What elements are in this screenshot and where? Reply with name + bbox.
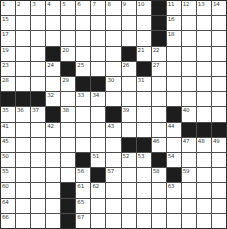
cell-r9c8[interactable]: 43	[106, 123, 120, 137]
cell-r14c2[interactable]	[16, 199, 30, 213]
cell-r3c12[interactable]: 18	[167, 31, 181, 45]
clue-number: 25	[77, 62, 84, 68]
cell-r5c13[interactable]	[182, 62, 196, 76]
clue-number: 44	[168, 123, 175, 129]
cell-r7c6[interactable]: 33	[76, 92, 90, 106]
cell-r12c5[interactable]	[61, 168, 75, 182]
cell-r1c12[interactable]: 11	[167, 1, 181, 15]
cell-r8c3[interactable]: 37	[31, 107, 45, 121]
clue-number: 37	[32, 107, 39, 113]
cell-r7c12[interactable]	[167, 92, 181, 106]
clue-number: 45	[2, 138, 9, 144]
cell-r4c10[interactable]: 21	[137, 47, 151, 61]
clue-number: 5	[62, 1, 65, 7]
clue-number: 58	[153, 168, 160, 174]
cell-r15c6[interactable]: 67	[76, 214, 90, 228]
cell-r12c8[interactable]: 57	[106, 168, 120, 182]
clue-number: 11	[168, 1, 175, 7]
block-r1c11	[152, 1, 166, 15]
cell-r13c3[interactable]	[31, 183, 45, 197]
cell-r13c8[interactable]	[106, 183, 120, 197]
clue-number: 2	[17, 1, 20, 7]
cell-r8c2[interactable]: 36	[16, 107, 30, 121]
cell-r10c11[interactable]: 46	[152, 138, 166, 152]
clue-number: 51	[92, 153, 99, 159]
cell-r15c2[interactable]	[16, 214, 30, 228]
cell-r4c11[interactable]: 22	[152, 47, 166, 61]
clue-number: 54	[168, 153, 175, 159]
block-r10c9	[122, 138, 136, 152]
cell-r8c14[interactable]	[197, 107, 211, 121]
clue-number: 3	[32, 1, 35, 7]
clue-number: 52	[123, 153, 130, 159]
cell-r14c9[interactable]	[122, 199, 136, 213]
crossword-grid: 1234567891011121314151617181920212223242…	[0, 0, 227, 229]
clue-number: 61	[77, 183, 84, 189]
cell-r9c2[interactable]	[16, 123, 30, 137]
cell-r13c7[interactable]: 62	[91, 183, 105, 197]
block-r6c7	[91, 77, 105, 91]
cell-r13c15[interactable]	[212, 183, 226, 197]
cell-r12c11[interactable]: 58	[152, 168, 166, 182]
cell-r2c7[interactable]	[91, 16, 105, 30]
cell-r15c12[interactable]	[167, 214, 181, 228]
cell-r12c4[interactable]	[46, 168, 60, 182]
clue-number: 48	[198, 138, 205, 144]
cell-r1c7[interactable]: 7	[91, 1, 105, 15]
cell-r11c2[interactable]	[16, 153, 30, 167]
cell-r12c13[interactable]: 59	[182, 168, 196, 182]
cell-r7c9[interactable]	[122, 92, 136, 106]
cell-r3c15[interactable]	[212, 31, 226, 45]
cell-r13c2[interactable]	[16, 183, 30, 197]
cell-r14c11[interactable]	[152, 199, 166, 213]
cell-r5c11[interactable]: 27	[152, 62, 166, 76]
cell-r2c15[interactable]	[212, 16, 226, 30]
cell-r5c2[interactable]	[16, 62, 30, 76]
cell-r11c4[interactable]	[46, 153, 60, 167]
clue-number: 4	[47, 1, 50, 7]
cell-r5c4[interactable]: 24	[46, 62, 60, 76]
block-r10c10	[137, 138, 151, 152]
cell-r13c14[interactable]	[197, 183, 211, 197]
cell-r6c12[interactable]	[167, 77, 181, 91]
cell-r10c14[interactable]: 48	[197, 138, 211, 152]
clue-number: 57	[107, 168, 114, 174]
cell-r12c2[interactable]	[16, 168, 30, 182]
clue-number: 64	[2, 199, 9, 205]
clue-number: 19	[2, 47, 9, 53]
cell-r13c9[interactable]	[122, 183, 136, 197]
cell-r7c4[interactable]: 32	[46, 92, 60, 106]
clue-number: 46	[153, 138, 160, 144]
cell-r6c9[interactable]	[122, 77, 136, 91]
block-r12c7	[91, 168, 105, 182]
cell-r3c9[interactable]	[122, 31, 136, 45]
cell-r10c8[interactable]	[106, 138, 120, 152]
cell-r1c9[interactable]: 9	[122, 1, 136, 15]
block-r2c11	[152, 16, 166, 30]
clue-number: 55	[2, 168, 9, 174]
cell-r12c3[interactable]	[31, 168, 45, 182]
cell-r10c7[interactable]	[91, 138, 105, 152]
cell-r6c10[interactable]: 31	[137, 77, 151, 91]
cell-r3c1[interactable]: 17	[1, 31, 15, 45]
clue-number: 26	[123, 62, 130, 68]
cell-r13c4[interactable]	[46, 183, 60, 197]
cell-r5c6[interactable]: 25	[76, 62, 90, 76]
cell-r7c13[interactable]	[182, 92, 196, 106]
clue-number: 13	[198, 1, 205, 7]
clue-number: 7	[92, 1, 95, 7]
cell-r11c3[interactable]	[31, 153, 45, 167]
block-r4c9	[122, 47, 136, 61]
cell-r7c15[interactable]	[212, 92, 226, 106]
clue-number: 59	[183, 168, 190, 174]
cell-r12c6[interactable]: 56	[76, 168, 90, 182]
cell-r6c14[interactable]	[197, 77, 211, 91]
cell-r9c5[interactable]	[61, 123, 75, 137]
cell-r13c6[interactable]: 61	[76, 183, 90, 197]
clue-number: 9	[123, 1, 126, 7]
cell-r6c2[interactable]	[16, 77, 30, 91]
clue-number: 6	[77, 1, 80, 7]
cell-r2c3[interactable]	[31, 16, 45, 30]
cell-r11c13[interactable]	[182, 153, 196, 167]
cell-r3c6[interactable]	[76, 31, 90, 45]
cell-r3c8[interactable]	[106, 31, 120, 45]
clue-number: 15	[2, 16, 9, 22]
cell-r11c8[interactable]	[106, 153, 120, 167]
cell-r9c1[interactable]: 41	[1, 123, 15, 137]
block-r9c13	[182, 123, 196, 137]
cell-r10c13[interactable]: 47	[182, 138, 196, 152]
block-r9c15	[212, 123, 226, 137]
block-r5c10	[137, 62, 151, 76]
clue-number: 33	[77, 92, 84, 98]
cell-r2c8[interactable]	[106, 16, 120, 30]
cell-r1c8[interactable]: 8	[106, 1, 120, 15]
cell-r6c1[interactable]: 28	[1, 77, 15, 91]
cell-r9c11[interactable]	[152, 123, 166, 137]
clue-number: 62	[92, 183, 99, 189]
cell-r5c12[interactable]	[167, 62, 181, 76]
clue-number: 14	[213, 1, 220, 7]
cell-r9c12[interactable]: 44	[167, 123, 181, 137]
cell-r9c6[interactable]	[76, 123, 90, 137]
block-r7c2	[16, 92, 30, 106]
cell-r15c1[interactable]: 66	[1, 214, 15, 228]
cell-r8c6[interactable]	[76, 107, 90, 121]
cell-r6c15[interactable]	[212, 77, 226, 91]
cell-r6c11[interactable]	[152, 77, 166, 91]
cell-r8c10[interactable]	[137, 107, 151, 121]
cell-r6c3[interactable]	[31, 77, 45, 91]
cell-r2c12[interactable]: 16	[167, 16, 181, 30]
cell-r15c4[interactable]	[46, 214, 60, 228]
cell-r1c6[interactable]: 6	[76, 1, 90, 15]
clue-number: 18	[168, 31, 175, 37]
cell-r4c1[interactable]: 19	[1, 47, 15, 61]
block-r3c11	[152, 31, 166, 45]
clue-number: 8	[107, 1, 110, 7]
cell-r2c6[interactable]	[76, 16, 90, 30]
crossword-puzzle: 1234567891011121314151617181920212223242…	[0, 0, 227, 229]
cell-r4c3[interactable]	[31, 47, 45, 61]
cell-r12c14[interactable]	[197, 168, 211, 182]
cell-r2c5[interactable]	[61, 16, 75, 30]
cell-r15c13[interactable]	[182, 214, 196, 228]
cell-r8c1[interactable]: 35	[1, 107, 15, 121]
cell-r3c7[interactable]	[91, 31, 105, 45]
cell-r8c13[interactable]: 40	[182, 107, 196, 121]
cell-r3c3[interactable]	[31, 31, 45, 45]
cell-r6c5[interactable]: 29	[61, 77, 75, 91]
cell-r4c7[interactable]	[91, 47, 105, 61]
cell-r14c12[interactable]	[167, 199, 181, 213]
clue-number: 21	[138, 47, 145, 53]
block-r11c11	[152, 153, 166, 167]
cell-r14c4[interactable]	[46, 199, 60, 213]
cell-r6c13[interactable]	[182, 77, 196, 91]
block-r4c4	[46, 47, 60, 61]
cell-r13c10[interactable]	[137, 183, 151, 197]
cell-r5c1[interactable]: 23	[1, 62, 15, 76]
cell-r1c1[interactable]: 1	[1, 1, 15, 15]
cell-r5c15[interactable]	[212, 62, 226, 76]
clue-number: 20	[62, 47, 69, 53]
cell-r4c6[interactable]	[76, 47, 90, 61]
cell-r12c10[interactable]	[137, 168, 151, 182]
block-r7c1	[1, 92, 15, 106]
cell-r9c3[interactable]	[31, 123, 45, 137]
clue-number: 38	[62, 107, 69, 113]
cell-r7c5[interactable]	[61, 92, 75, 106]
clue-number: 27	[153, 62, 160, 68]
cell-r5c9[interactable]: 26	[122, 62, 136, 76]
clue-number: 60	[2, 183, 9, 189]
block-r12c12	[167, 168, 181, 182]
cell-r2c10[interactable]	[137, 16, 151, 30]
cell-r15c11[interactable]	[152, 214, 166, 228]
clue-number: 12	[183, 1, 190, 7]
cell-r11c12[interactable]: 54	[167, 153, 181, 167]
cell-r5c3[interactable]	[31, 62, 45, 76]
cell-r5c7[interactable]	[91, 62, 105, 76]
cell-r2c14[interactable]	[197, 16, 211, 30]
cell-r9c9[interactable]	[122, 123, 136, 137]
clue-number: 65	[77, 199, 84, 205]
clue-number: 49	[213, 138, 220, 144]
clue-number: 39	[123, 107, 130, 113]
clue-number: 41	[2, 123, 9, 129]
block-r8c12	[167, 107, 181, 121]
cell-r9c10[interactable]	[137, 123, 151, 137]
cell-r8c5[interactable]: 38	[61, 107, 75, 121]
clue-number: 29	[62, 77, 69, 83]
cell-r6c4[interactable]	[46, 77, 60, 91]
clue-number: 10	[138, 1, 145, 7]
cell-r15c7[interactable]	[91, 214, 105, 228]
cell-r12c15[interactable]	[212, 168, 226, 182]
clue-number: 36	[17, 107, 24, 113]
cell-r3c5[interactable]	[61, 31, 75, 45]
block-r13c5	[61, 183, 75, 197]
clue-number: 67	[77, 214, 84, 220]
cell-r6c8[interactable]: 30	[106, 77, 120, 91]
cell-r11c9[interactable]: 52	[122, 153, 136, 167]
cell-r12c1[interactable]: 55	[1, 168, 15, 182]
cell-r10c2[interactable]	[16, 138, 30, 152]
block-r14c5	[61, 199, 75, 213]
cell-r12c9[interactable]	[122, 168, 136, 182]
cell-r10c6[interactable]	[76, 138, 90, 152]
cell-r3c10[interactable]	[137, 31, 151, 45]
cell-r1c5[interactable]: 5	[61, 1, 75, 15]
cell-r11c10[interactable]: 53	[137, 153, 151, 167]
cell-r14c3[interactable]	[31, 199, 45, 213]
cell-r2c4[interactable]	[46, 16, 60, 30]
cell-r7c8[interactable]	[106, 92, 120, 106]
cell-r10c3[interactable]	[31, 138, 45, 152]
cell-r4c14[interactable]	[197, 47, 211, 61]
cell-r4c8[interactable]	[106, 47, 120, 61]
clue-number: 32	[47, 92, 54, 98]
block-r8c4	[46, 107, 60, 121]
cell-r3c14[interactable]	[197, 31, 211, 45]
block-r6c6	[76, 77, 90, 91]
clue-number: 47	[183, 138, 190, 144]
cell-r14c14[interactable]	[197, 199, 211, 213]
cell-r1c4[interactable]: 4	[46, 1, 60, 15]
cell-r1c14[interactable]: 13	[197, 1, 211, 15]
cell-r1c13[interactable]: 12	[182, 1, 196, 15]
clue-number: 35	[2, 107, 9, 113]
cell-r10c15[interactable]: 49	[212, 138, 226, 152]
cell-r2c9[interactable]	[122, 16, 136, 30]
block-r9c14	[197, 123, 211, 137]
cell-r8c15[interactable]	[212, 107, 226, 121]
clue-number: 63	[168, 183, 175, 189]
cell-r4c13[interactable]	[182, 47, 196, 61]
cell-r14c15[interactable]	[212, 199, 226, 213]
cell-r10c12[interactable]	[167, 138, 181, 152]
cell-r15c8[interactable]	[106, 214, 120, 228]
clue-number: 17	[2, 31, 9, 37]
clue-number: 23	[2, 62, 9, 68]
clue-number: 50	[2, 153, 9, 159]
cell-r9c4[interactable]: 42	[46, 123, 60, 137]
cell-r7c14[interactable]	[197, 92, 211, 106]
cell-r13c12[interactable]: 63	[167, 183, 181, 197]
clue-number: 66	[2, 214, 9, 220]
clue-number: 31	[138, 77, 145, 83]
cell-r2c13[interactable]	[182, 16, 196, 30]
cell-r15c3[interactable]	[31, 214, 45, 228]
clue-number: 30	[107, 77, 114, 83]
clue-number: 42	[47, 123, 54, 129]
cell-r13c11[interactable]	[152, 183, 166, 197]
cell-r10c4[interactable]	[46, 138, 60, 152]
cell-r5c14[interactable]	[197, 62, 211, 76]
clue-number: 40	[183, 107, 190, 113]
block-r15c5	[61, 214, 75, 228]
cell-r14c1[interactable]: 64	[1, 199, 15, 213]
cell-r7c11[interactable]	[152, 92, 166, 106]
cell-r10c5[interactable]	[61, 138, 75, 152]
clue-number: 43	[107, 123, 114, 129]
cell-r2c1[interactable]: 15	[1, 16, 15, 30]
clue-number: 34	[92, 92, 99, 98]
clue-number: 22	[153, 47, 160, 53]
cell-r3c13[interactable]	[182, 31, 196, 45]
cell-r15c14[interactable]	[197, 214, 211, 228]
cell-r2c2[interactable]	[16, 16, 30, 30]
block-r5c5	[61, 62, 75, 76]
block-r7c3	[31, 92, 45, 106]
cell-r14c13[interactable]	[182, 199, 196, 213]
clue-number: 24	[47, 62, 54, 68]
cell-r4c12[interactable]	[167, 47, 181, 61]
cell-r8c7[interactable]	[91, 107, 105, 121]
block-r8c8	[106, 107, 120, 121]
cell-r1c3[interactable]: 3	[31, 1, 45, 15]
cell-r8c11[interactable]	[152, 107, 166, 121]
clue-number: 53	[138, 153, 145, 159]
cell-r11c15[interactable]	[212, 153, 226, 167]
cell-r1c15[interactable]: 14	[212, 1, 226, 15]
cell-r5c8[interactable]	[106, 62, 120, 76]
cell-r11c1[interactable]: 50	[1, 153, 15, 167]
clue-number: 16	[168, 16, 175, 22]
cell-r1c2[interactable]: 2	[16, 1, 30, 15]
block-r11c6	[76, 153, 90, 167]
cell-r1c10[interactable]: 10	[137, 1, 151, 15]
cell-r14c7[interactable]	[91, 199, 105, 213]
cell-r10c1[interactable]: 45	[1, 138, 15, 152]
cell-r13c13[interactable]	[182, 183, 196, 197]
cell-r9c7[interactable]	[91, 123, 105, 137]
cell-r13c1[interactable]: 60	[1, 183, 15, 197]
cell-r3c4[interactable]	[46, 31, 60, 45]
cell-r4c5[interactable]: 20	[61, 47, 75, 61]
cell-r11c5[interactable]	[61, 153, 75, 167]
cell-r15c10[interactable]	[137, 214, 151, 228]
cell-r11c7[interactable]: 51	[91, 153, 105, 167]
cell-r3c2[interactable]	[16, 31, 30, 45]
cell-r14c10[interactable]	[137, 199, 151, 213]
cell-r7c10[interactable]	[137, 92, 151, 106]
cell-r4c2[interactable]	[16, 47, 30, 61]
cell-r14c6[interactable]: 65	[76, 199, 90, 213]
clue-number: 28	[2, 77, 9, 83]
cell-r8c9[interactable]: 39	[122, 107, 136, 121]
cell-r4c15[interactable]	[212, 47, 226, 61]
cell-r14c8[interactable]	[106, 199, 120, 213]
cell-r11c14[interactable]	[197, 153, 211, 167]
clue-number: 1	[2, 1, 5, 7]
cell-r7c7[interactable]: 34	[91, 92, 105, 106]
cell-r15c9[interactable]	[122, 214, 136, 228]
clue-number: 56	[77, 168, 84, 174]
cell-r15c15[interactable]	[212, 214, 226, 228]
